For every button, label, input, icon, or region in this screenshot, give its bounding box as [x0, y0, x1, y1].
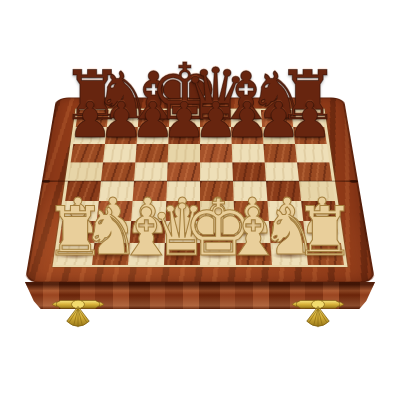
square-g5 — [265, 162, 299, 181]
square-a1 — [56, 242, 94, 264]
latch-icon — [52, 297, 104, 335]
square-a2 — [59, 221, 96, 242]
square-e6 — [200, 144, 232, 162]
square-g8 — [261, 110, 293, 127]
square-g1 — [270, 242, 308, 264]
square-h7 — [293, 127, 327, 144]
square-e3 — [200, 201, 234, 221]
square-d1 — [164, 242, 200, 264]
square-d2 — [165, 221, 200, 242]
square-g4 — [266, 181, 301, 201]
square-c4 — [133, 181, 167, 201]
square-b7 — [105, 127, 138, 144]
square-a3 — [62, 201, 99, 221]
square-f4 — [233, 181, 267, 201]
square-b1 — [92, 242, 130, 264]
square-g7 — [262, 127, 295, 144]
square-e5 — [200, 162, 233, 181]
square-h6 — [295, 144, 329, 162]
square-b4 — [99, 181, 134, 201]
square-f2 — [234, 221, 270, 242]
square-b8 — [107, 110, 139, 127]
chess-board — [56, 110, 344, 265]
square-e4 — [200, 181, 234, 201]
square-d8 — [169, 110, 200, 127]
square-b5 — [101, 162, 135, 181]
square-f5 — [232, 162, 266, 181]
left-brass-latch — [52, 297, 104, 335]
square-a5 — [68, 162, 103, 181]
square-c5 — [134, 162, 168, 181]
board-maple-trim — [52, 109, 347, 267]
square-f8 — [230, 110, 262, 127]
square-d5 — [167, 162, 200, 181]
square-c1 — [128, 242, 165, 264]
square-e8 — [200, 110, 231, 127]
square-f7 — [231, 127, 263, 144]
latch-icon — [292, 297, 344, 335]
square-h5 — [297, 162, 332, 181]
square-h2 — [303, 221, 340, 242]
square-g3 — [267, 201, 303, 221]
square-f1 — [235, 242, 272, 264]
square-f6 — [232, 144, 265, 162]
square-c8 — [138, 110, 170, 127]
square-a7 — [73, 127, 107, 144]
square-e2 — [200, 221, 235, 242]
square-d7 — [168, 127, 200, 144]
square-h3 — [301, 201, 338, 221]
square-h4 — [299, 181, 335, 201]
square-f3 — [234, 201, 269, 221]
square-a8 — [76, 110, 109, 127]
square-b2 — [94, 221, 131, 242]
right-brass-latch — [292, 297, 344, 335]
square-d4 — [166, 181, 200, 201]
square-g6 — [263, 144, 297, 162]
board-box-top — [25, 98, 376, 283]
fold-hinge-seam — [42, 180, 358, 181]
square-c6 — [135, 144, 168, 162]
square-c3 — [131, 201, 166, 221]
square-c7 — [137, 127, 169, 144]
square-d6 — [168, 144, 200, 162]
chess-set-photo: ♜♞♝♚♛♝♞♜♟♟♟♟♟♟♟♟♟♟♟♟♟♟♟♟♜♞♝♛♚♝♞♜ — [0, 0, 400, 400]
square-b6 — [103, 144, 137, 162]
square-h8 — [291, 110, 324, 127]
square-d3 — [166, 201, 200, 221]
square-a6 — [71, 144, 105, 162]
square-b3 — [97, 201, 133, 221]
square-a4 — [65, 181, 101, 201]
square-e1 — [200, 242, 236, 264]
square-c2 — [130, 221, 166, 242]
square-e7 — [200, 127, 232, 144]
square-h1 — [306, 242, 344, 264]
square-g2 — [269, 221, 306, 242]
